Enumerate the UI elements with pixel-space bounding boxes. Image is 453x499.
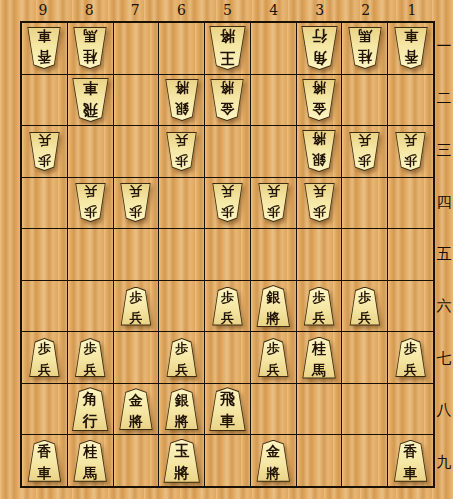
- piece-kanji: 香車: [394, 29, 428, 65]
- square-34[interactable]: 歩兵: [297, 178, 342, 229]
- piece-knight-sente[interactable]: 桂馬: [302, 337, 336, 379]
- file-label-7: 7: [112, 3, 158, 17]
- piece-kanji: 桂馬: [348, 29, 382, 65]
- square-68[interactable]: 銀將: [159, 384, 204, 435]
- piece-shadow: 歩兵: [258, 183, 289, 222]
- piece-kanji: 金將: [302, 81, 336, 117]
- piece-pawn-sente[interactable]: 歩兵: [304, 287, 335, 326]
- piece-gold-general-sente[interactable]: 金將: [256, 440, 290, 482]
- piece-pawn-gote[interactable]: 歩兵: [349, 132, 380, 171]
- piece-kanji: 桂馬: [73, 29, 107, 65]
- piece-shadow: 銀將: [302, 130, 336, 172]
- file-label-5: 5: [204, 3, 250, 17]
- square-42[interactable]: [251, 75, 296, 126]
- piece-shadow: 桂馬: [73, 27, 107, 69]
- rank-label-9: 九: [435, 436, 453, 488]
- square-24[interactable]: [342, 178, 387, 229]
- piece-shadow: 王將: [209, 26, 246, 70]
- square-21[interactable]: 桂馬: [342, 23, 387, 74]
- piece-pawn-gote[interactable]: 歩兵: [120, 183, 151, 222]
- square-61[interactable]: [159, 23, 204, 74]
- square-96[interactable]: [22, 281, 67, 332]
- piece-shadow: 歩兵: [120, 183, 151, 222]
- piece-silver-general-gote[interactable]: 銀將: [165, 79, 199, 121]
- piece-shadow: 歩兵: [75, 183, 106, 222]
- square-43[interactable]: [251, 126, 296, 177]
- piece-rook-sente[interactable]: 飛車: [209, 387, 246, 431]
- square-28[interactable]: [342, 384, 387, 435]
- square-46[interactable]: 銀將: [251, 281, 296, 332]
- piece-shadow: 飛車: [209, 387, 246, 431]
- square-62[interactable]: 銀將: [159, 75, 204, 126]
- piece-bishop-gote[interactable]: 角行: [301, 26, 338, 70]
- piece-pawn-gote[interactable]: 歩兵: [29, 132, 60, 171]
- file-labels: 987654321: [20, 0, 435, 20]
- file-label-1: 1: [389, 3, 435, 17]
- piece-pawn-sente[interactable]: 歩兵: [120, 287, 151, 326]
- rank-label-5: 五: [435, 229, 453, 281]
- square-84[interactable]: 歩兵: [68, 178, 113, 229]
- square-58[interactable]: 飛車: [205, 384, 250, 435]
- piece-pawn-gote[interactable]: 歩兵: [166, 132, 197, 171]
- piece-kanji: 角行: [301, 28, 338, 65]
- square-98[interactable]: [22, 384, 67, 435]
- rank-label-8: 八: [435, 384, 453, 436]
- piece-shadow: 香車: [394, 27, 428, 69]
- rank-labels: 一二三四五六七八九: [435, 21, 453, 488]
- piece-shadow: 歩兵: [349, 132, 380, 171]
- piece-shadow: 香車: [394, 440, 428, 482]
- piece-kanji: 金將: [119, 393, 153, 429]
- piece-silver-general-sente[interactable]: 銀將: [165, 388, 199, 430]
- square-47[interactable]: 歩兵: [251, 332, 296, 383]
- square-97[interactable]: 歩兵: [22, 332, 67, 383]
- piece-shadow: 歩兵: [258, 338, 289, 377]
- square-83[interactable]: [68, 126, 113, 177]
- piece-kanji: 歩兵: [120, 291, 151, 324]
- square-64[interactable]: [159, 178, 204, 229]
- square-23[interactable]: 歩兵: [342, 126, 387, 177]
- square-74[interactable]: 歩兵: [114, 178, 159, 229]
- piece-kanji: 歩兵: [29, 133, 60, 166]
- square-57[interactable]: [205, 332, 250, 383]
- piece-kanji: 歩兵: [395, 342, 426, 375]
- piece-kanji: 歩兵: [166, 133, 197, 166]
- square-27[interactable]: [342, 332, 387, 383]
- square-72[interactable]: [114, 75, 159, 126]
- square-89[interactable]: 桂馬: [68, 435, 113, 486]
- piece-pawn-sente[interactable]: 歩兵: [395, 338, 426, 377]
- piece-shadow: 金將: [256, 440, 290, 482]
- piece-pawn-gote[interactable]: 歩兵: [395, 132, 426, 171]
- piece-rook-gote[interactable]: 飛車: [72, 78, 109, 122]
- piece-kanji: 歩兵: [212, 291, 243, 324]
- piece-shadow: 金將: [302, 79, 336, 121]
- square-37[interactable]: 桂馬: [297, 332, 342, 383]
- piece-shadow: 金將: [210, 79, 244, 121]
- square-85[interactable]: [68, 229, 113, 280]
- square-88[interactable]: 角行: [68, 384, 113, 435]
- piece-kanji: 玉將: [163, 444, 200, 481]
- square-32[interactable]: 金將: [297, 75, 342, 126]
- piece-kanji: 歩兵: [349, 291, 380, 324]
- square-94[interactable]: [22, 178, 67, 229]
- square-55[interactable]: [205, 229, 250, 280]
- file-label-8: 8: [66, 3, 112, 17]
- piece-gold-general-gote[interactable]: 金將: [302, 79, 336, 121]
- piece-shadow: 歩兵: [120, 287, 151, 326]
- square-22[interactable]: [342, 75, 387, 126]
- square-38[interactable]: [297, 384, 342, 435]
- piece-pawn-gote[interactable]: 歩兵: [212, 183, 243, 222]
- square-33[interactable]: 銀將: [297, 126, 342, 177]
- square-86[interactable]: [68, 281, 113, 332]
- square-13[interactable]: 歩兵: [388, 126, 433, 177]
- piece-kanji: 銀將: [165, 81, 199, 117]
- piece-shadow: 歩兵: [29, 132, 60, 171]
- file-label-3: 3: [297, 3, 343, 17]
- square-18[interactable]: [388, 384, 433, 435]
- piece-shadow: 桂馬: [73, 440, 107, 482]
- file-label-2: 2: [343, 3, 389, 17]
- piece-lance-gote[interactable]: 香車: [27, 27, 61, 69]
- piece-kanji: 歩兵: [75, 185, 106, 218]
- square-16[interactable]: [388, 281, 433, 332]
- square-15[interactable]: [388, 229, 433, 280]
- piece-lance-sente[interactable]: 香車: [394, 440, 428, 482]
- piece-kanji: 香車: [27, 29, 61, 65]
- square-77[interactable]: [114, 332, 159, 383]
- rank-label-6: 六: [435, 280, 453, 332]
- piece-shadow: 歩兵: [304, 287, 335, 326]
- piece-pawn-sente[interactable]: 歩兵: [349, 287, 380, 326]
- piece-kanji: 桂馬: [73, 444, 107, 480]
- piece-silver-general-sente[interactable]: 銀將: [256, 285, 290, 327]
- square-31[interactable]: 角行: [297, 23, 342, 74]
- piece-shadow: 桂馬: [348, 27, 382, 69]
- piece-shadow: 歩兵: [166, 338, 197, 377]
- square-19[interactable]: 香車: [388, 435, 433, 486]
- piece-shadow: 玉將: [163, 439, 200, 483]
- piece-kanji: 銀將: [165, 393, 199, 429]
- piece-pawn-sente[interactable]: 歩兵: [258, 338, 289, 377]
- piece-kanji: 飛車: [209, 392, 246, 429]
- piece-shadow: 歩兵: [166, 132, 197, 171]
- piece-pawn-gote[interactable]: 歩兵: [75, 183, 106, 222]
- rank-label-2: 二: [435, 73, 453, 125]
- square-91[interactable]: 香車: [22, 23, 67, 74]
- piece-kanji: 歩兵: [304, 185, 335, 218]
- file-label-6: 6: [158, 3, 204, 17]
- square-95[interactable]: [22, 229, 67, 280]
- piece-kanji: 飛車: [72, 80, 109, 117]
- piece-lance-sente[interactable]: 香車: [27, 440, 61, 482]
- piece-kanji: 歩兵: [258, 342, 289, 375]
- piece-kanji: 歩兵: [29, 342, 60, 375]
- piece-shadow: 銀將: [165, 388, 199, 430]
- piece-kanji: 歩兵: [120, 185, 151, 218]
- square-17[interactable]: 歩兵: [388, 332, 433, 383]
- square-93[interactable]: 歩兵: [22, 126, 67, 177]
- square-45[interactable]: [251, 229, 296, 280]
- square-67[interactable]: 歩兵: [159, 332, 204, 383]
- piece-kanji: 歩兵: [166, 342, 197, 375]
- piece-pawn-gote[interactable]: 歩兵: [304, 183, 335, 222]
- piece-gold-general-gote[interactable]: 金將: [210, 79, 244, 121]
- piece-kanji: 香車: [27, 444, 61, 480]
- piece-kanji: 金將: [210, 81, 244, 117]
- square-59[interactable]: [205, 435, 250, 486]
- square-81[interactable]: 桂馬: [68, 23, 113, 74]
- piece-kanji: 桂馬: [302, 341, 336, 377]
- square-87[interactable]: 歩兵: [68, 332, 113, 383]
- square-66[interactable]: [159, 281, 204, 332]
- piece-shadow: 角行: [301, 26, 338, 70]
- square-35[interactable]: [297, 229, 342, 280]
- piece-kanji: 角行: [72, 392, 109, 429]
- piece-shadow: 歩兵: [349, 287, 380, 326]
- piece-shadow: 歩兵: [29, 338, 60, 377]
- piece-kanji: 歩兵: [304, 291, 335, 324]
- piece-kanji: 銀將: [302, 132, 336, 168]
- piece-shadow: 歩兵: [212, 287, 243, 326]
- rank-label-7: 七: [435, 332, 453, 384]
- square-36[interactable]: 歩兵: [297, 281, 342, 332]
- piece-pawn-gote[interactable]: 歩兵: [258, 183, 289, 222]
- square-65[interactable]: [159, 229, 204, 280]
- piece-shadow: 歩兵: [75, 338, 106, 377]
- square-14[interactable]: [388, 178, 433, 229]
- piece-king-gote[interactable]: 王將: [209, 26, 246, 70]
- piece-kanji: 歩兵: [212, 185, 243, 218]
- piece-pawn-sente[interactable]: 歩兵: [75, 338, 106, 377]
- square-25[interactable]: [342, 229, 387, 280]
- piece-shadow: 香車: [27, 27, 61, 69]
- square-76[interactable]: 歩兵: [114, 281, 159, 332]
- piece-kanji: 歩兵: [75, 342, 106, 375]
- rank-label-4: 四: [435, 177, 453, 229]
- piece-shadow: 歩兵: [304, 183, 335, 222]
- piece-shadow: 銀將: [165, 79, 199, 121]
- square-92[interactable]: [22, 75, 67, 126]
- piece-knight-sente[interactable]: 桂馬: [73, 440, 107, 482]
- piece-pawn-sente[interactable]: 歩兵: [212, 287, 243, 326]
- square-39[interactable]: [297, 435, 342, 486]
- square-82[interactable]: 飛車: [68, 75, 113, 126]
- square-44[interactable]: 歩兵: [251, 178, 296, 229]
- piece-knight-gote[interactable]: 桂馬: [73, 27, 107, 69]
- square-69[interactable]: 玉將: [159, 435, 204, 486]
- piece-shadow: 銀將: [256, 285, 290, 327]
- square-11[interactable]: 香車: [388, 23, 433, 74]
- piece-kanji: 銀將: [256, 290, 290, 326]
- square-71[interactable]: [114, 23, 159, 74]
- square-78[interactable]: 金將: [114, 384, 159, 435]
- piece-kanji: 歩兵: [395, 133, 426, 166]
- piece-kanji: 金將: [256, 444, 290, 480]
- rank-label-3: 三: [435, 125, 453, 177]
- piece-kanji: 歩兵: [258, 185, 289, 218]
- piece-kanji: 香車: [394, 444, 428, 480]
- square-54[interactable]: 歩兵: [205, 178, 250, 229]
- piece-shadow: 桂馬: [302, 337, 336, 379]
- square-63[interactable]: 歩兵: [159, 126, 204, 177]
- rank-label-1: 一: [435, 21, 453, 73]
- piece-bishop-sente[interactable]: 角行: [72, 387, 109, 431]
- square-99[interactable]: 香車: [22, 435, 67, 486]
- piece-kanji: 歩兵: [349, 133, 380, 166]
- piece-knight-gote[interactable]: 桂馬: [348, 27, 382, 69]
- piece-king-sente[interactable]: 玉將: [163, 439, 200, 483]
- square-49[interactable]: 金將: [251, 435, 296, 486]
- piece-pawn-sente[interactable]: 歩兵: [29, 338, 60, 377]
- piece-lance-gote[interactable]: 香車: [394, 27, 428, 69]
- piece-shadow: 歩兵: [395, 132, 426, 171]
- piece-shadow: 金將: [119, 388, 153, 430]
- square-12[interactable]: [388, 75, 433, 126]
- square-53[interactable]: [205, 126, 250, 177]
- piece-shadow: 香車: [27, 440, 61, 482]
- piece-pawn-sente[interactable]: 歩兵: [166, 338, 197, 377]
- board: 香車桂馬王將角行桂馬香車飛車銀將金將金將歩兵歩兵銀將歩兵歩兵歩兵歩兵歩兵歩兵歩兵…: [20, 21, 435, 488]
- piece-gold-general-sente[interactable]: 金將: [119, 388, 153, 430]
- square-29[interactable]: [342, 435, 387, 486]
- square-56[interactable]: 歩兵: [205, 281, 250, 332]
- piece-silver-general-gote[interactable]: 銀將: [302, 130, 336, 172]
- file-label-4: 4: [251, 3, 297, 17]
- file-label-9: 9: [20, 3, 66, 17]
- piece-kanji: 王將: [209, 28, 246, 65]
- piece-shadow: 角行: [72, 387, 109, 431]
- square-52[interactable]: 金將: [205, 75, 250, 126]
- piece-shadow: 歩兵: [212, 183, 243, 222]
- square-26[interactable]: 歩兵: [342, 281, 387, 332]
- piece-shadow: 歩兵: [395, 338, 426, 377]
- square-51[interactable]: 王將: [205, 23, 250, 74]
- piece-shadow: 飛車: [72, 78, 109, 122]
- square-79[interactable]: [114, 435, 159, 486]
- square-75[interactable]: [114, 229, 159, 280]
- shogi-app: 987654321 一二三四五六七八九 香車桂馬王將角行桂馬香車飛車銀將金將金將…: [0, 0, 453, 499]
- square-48[interactable]: [251, 384, 296, 435]
- square-41[interactable]: [251, 23, 296, 74]
- square-73[interactable]: [114, 126, 159, 177]
